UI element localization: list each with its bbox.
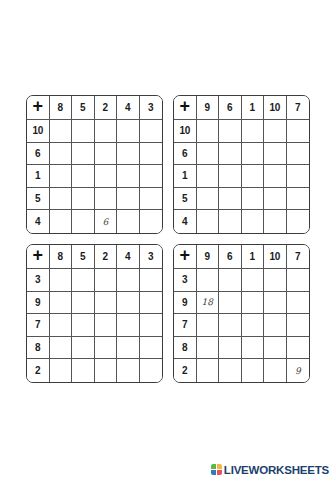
- column-header: 1: [242, 245, 265, 269]
- answer-cell[interactable]: [197, 269, 220, 292]
- row-header: 7: [174, 314, 197, 337]
- answer-cell[interactable]: [72, 269, 95, 292]
- row-header: 8: [174, 337, 197, 360]
- answer-cell[interactable]: [95, 337, 118, 360]
- answer-cell[interactable]: [72, 337, 95, 360]
- answer-cell[interactable]: [264, 188, 287, 211]
- answer-cell[interactable]: [197, 314, 220, 337]
- answer-cell[interactable]: [117, 337, 140, 360]
- column-header: 9: [197, 96, 220, 120]
- column-header: 10: [264, 245, 287, 269]
- answer-cell[interactable]: [95, 188, 118, 211]
- answer-cell[interactable]: [197, 165, 220, 188]
- answer-cell[interactable]: [50, 165, 73, 188]
- column-header: 2: [95, 245, 118, 269]
- answer-cell[interactable]: [264, 165, 287, 188]
- answer-cell-filled[interactable]: 6: [95, 210, 118, 233]
- row-header: 8: [27, 337, 50, 360]
- answer-cell[interactable]: [117, 188, 140, 211]
- answer-cell[interactable]: [117, 210, 140, 233]
- answer-cell[interactable]: [287, 120, 310, 143]
- addition-grid-bottom-right: +96110739187829: [173, 244, 310, 383]
- row-header: 3: [174, 269, 197, 292]
- logo-tile: [217, 470, 222, 475]
- column-header: 2: [95, 96, 118, 120]
- column-header: 4: [117, 245, 140, 269]
- liveworksheets-logo-icon: [211, 464, 222, 475]
- answer-cell[interactable]: [140, 359, 163, 382]
- logo-tile: [211, 470, 216, 475]
- answer-cell[interactable]: [50, 337, 73, 360]
- answer-cell[interactable]: [72, 314, 95, 337]
- answer-cell[interactable]: [219, 337, 242, 360]
- column-header: 8: [50, 96, 73, 120]
- answer-cell[interactable]: [219, 292, 242, 315]
- row-header: 9: [174, 292, 197, 315]
- answer-cell[interactable]: [117, 269, 140, 292]
- answer-cell[interactable]: [72, 188, 95, 211]
- row-header: 4: [174, 210, 197, 233]
- answer-cell[interactable]: [242, 337, 265, 360]
- handwritten-answer: 9: [295, 366, 301, 376]
- row-header: 4: [27, 210, 50, 233]
- row-header: 5: [174, 188, 197, 211]
- answer-cell[interactable]: [242, 269, 265, 292]
- handwritten-answer: 18: [202, 297, 213, 307]
- footer-brand: LIVEWORKSHEETS: [211, 462, 329, 477]
- answer-cell[interactable]: [242, 359, 265, 382]
- answer-cell[interactable]: [197, 337, 220, 360]
- operator-plus: +: [27, 245, 50, 269]
- answer-cell[interactable]: [264, 359, 287, 382]
- answer-cell[interactable]: [264, 314, 287, 337]
- answer-cell[interactable]: [72, 292, 95, 315]
- answer-cell[interactable]: [117, 143, 140, 166]
- row-header: 1: [27, 165, 50, 188]
- answer-cell[interactable]: [264, 143, 287, 166]
- answer-cell[interactable]: [50, 269, 73, 292]
- operator-plus: +: [174, 96, 197, 120]
- column-header: 1: [242, 96, 265, 120]
- column-header: 10: [264, 96, 287, 120]
- row-header: 2: [174, 359, 197, 382]
- column-header: 5: [72, 245, 95, 269]
- answer-cell[interactable]: [242, 292, 265, 315]
- answer-cell[interactable]: [287, 314, 310, 337]
- answer-cell[interactable]: [287, 337, 310, 360]
- answer-cell[interactable]: [140, 210, 163, 233]
- answer-cell[interactable]: [72, 210, 95, 233]
- answer-cell[interactable]: [219, 210, 242, 233]
- answer-cell[interactable]: [264, 292, 287, 315]
- answer-cell[interactable]: [117, 314, 140, 337]
- operator-plus: +: [27, 96, 50, 120]
- answer-cell[interactable]: [242, 165, 265, 188]
- answer-cell[interactable]: [50, 314, 73, 337]
- answer-cell[interactable]: [117, 165, 140, 188]
- answer-cell[interactable]: [95, 359, 118, 382]
- addition-grid-top-right: +961107106154: [173, 95, 310, 234]
- answer-cell[interactable]: [242, 143, 265, 166]
- row-header: 7: [27, 314, 50, 337]
- answer-cell[interactable]: [264, 210, 287, 233]
- answer-cell[interactable]: [140, 292, 163, 315]
- answer-cell[interactable]: [95, 120, 118, 143]
- row-header: 2: [27, 359, 50, 382]
- answer-cell[interactable]: [287, 210, 310, 233]
- answer-cell[interactable]: [95, 314, 118, 337]
- column-header: 5: [72, 96, 95, 120]
- answer-cell[interactable]: [50, 292, 73, 315]
- answer-cell[interactable]: [287, 165, 310, 188]
- answer-cell[interactable]: [242, 120, 265, 143]
- answer-cell[interactable]: [219, 359, 242, 382]
- answer-cell[interactable]: [140, 314, 163, 337]
- answer-cell[interactable]: [95, 143, 118, 166]
- column-header: 7: [287, 96, 310, 120]
- column-header: 9: [197, 245, 220, 269]
- answer-cell[interactable]: [242, 314, 265, 337]
- row-header: 9: [27, 292, 50, 315]
- answer-cell[interactable]: [140, 165, 163, 188]
- answer-cell[interactable]: [219, 165, 242, 188]
- answer-cell[interactable]: [197, 210, 220, 233]
- answer-cell[interactable]: [219, 314, 242, 337]
- answer-cell[interactable]: [72, 165, 95, 188]
- answer-cell[interactable]: [219, 188, 242, 211]
- answer-cell[interactable]: [197, 143, 220, 166]
- answer-cell[interactable]: [242, 188, 265, 211]
- handwritten-answer: 6: [102, 217, 108, 227]
- answer-cell[interactable]: [117, 292, 140, 315]
- row-header: 3: [27, 269, 50, 292]
- answer-cell[interactable]: [197, 188, 220, 211]
- row-header: 1: [174, 165, 197, 188]
- logo-tile: [217, 464, 222, 469]
- answer-cell-filled[interactable]: 9: [287, 359, 310, 382]
- answer-cell-filled[interactable]: 18: [197, 292, 220, 315]
- answer-cell[interactable]: [95, 292, 118, 315]
- row-header: 6: [174, 143, 197, 166]
- answer-cell[interactable]: [140, 143, 163, 166]
- column-header: 3: [140, 245, 163, 269]
- operator-plus: +: [174, 245, 197, 269]
- logo-tile: [211, 464, 216, 469]
- answer-cell[interactable]: [264, 120, 287, 143]
- answer-cell[interactable]: [219, 120, 242, 143]
- answer-cell[interactable]: [117, 359, 140, 382]
- answer-cell[interactable]: [50, 359, 73, 382]
- answer-cell[interactable]: [50, 143, 73, 166]
- answer-cell[interactable]: [140, 269, 163, 292]
- answer-cell[interactable]: [287, 188, 310, 211]
- answer-cell[interactable]: [219, 143, 242, 166]
- answer-cell[interactable]: [95, 165, 118, 188]
- answer-cell[interactable]: [50, 210, 73, 233]
- column-header: 4: [117, 96, 140, 120]
- answer-cell[interactable]: [72, 359, 95, 382]
- answer-cell[interactable]: [50, 120, 73, 143]
- answer-cell[interactable]: [95, 269, 118, 292]
- answer-cell[interactable]: [117, 120, 140, 143]
- answer-cell[interactable]: [287, 292, 310, 315]
- answer-cell[interactable]: [219, 269, 242, 292]
- addition-grid-top-left: +852431061546: [26, 95, 163, 234]
- column-header: 6: [219, 96, 242, 120]
- answer-cell[interactable]: [264, 337, 287, 360]
- answer-cell[interactable]: [197, 359, 220, 382]
- answer-cell[interactable]: [242, 210, 265, 233]
- column-header: 7: [287, 245, 310, 269]
- addition-grid-bottom-left: +8524339782: [26, 244, 163, 383]
- answer-cell[interactable]: [140, 188, 163, 211]
- row-header: 6: [27, 143, 50, 166]
- answer-cell[interactable]: [264, 269, 287, 292]
- answer-cell[interactable]: [72, 120, 95, 143]
- answer-cell[interactable]: [287, 269, 310, 292]
- answer-cell[interactable]: [72, 143, 95, 166]
- column-header: 6: [219, 245, 242, 269]
- answer-cell[interactable]: [50, 188, 73, 211]
- row-header: 10: [27, 120, 50, 143]
- answer-cell[interactable]: [140, 337, 163, 360]
- column-header: 3: [140, 96, 163, 120]
- liveworksheets-logo-text: LIVEWORKSHEETS: [224, 464, 329, 476]
- row-header: 5: [27, 188, 50, 211]
- column-header: 8: [50, 245, 73, 269]
- row-header: 10: [174, 120, 197, 143]
- answer-cell[interactable]: [140, 120, 163, 143]
- answer-cell[interactable]: [287, 143, 310, 166]
- answer-cell[interactable]: [197, 120, 220, 143]
